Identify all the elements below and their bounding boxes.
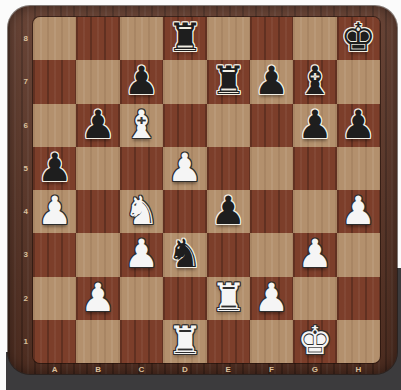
rank-label-2: 2 (8, 277, 33, 320)
square-b6[interactable]: ♟ (76, 104, 119, 147)
rank-label-5: 5 (8, 147, 33, 190)
piece-black-pawn: ♟ (341, 105, 376, 144)
square-f8[interactable] (250, 17, 293, 60)
square-f4[interactable] (250, 190, 293, 233)
square-c6[interactable]: ♝ (120, 104, 163, 147)
file-label-e: E (207, 364, 250, 375)
page: 87654321 ♜♚♟♜♟♝♟♝♟♟♟♟♟♞♟♟♟♞♟♟♜♟♜♚ ABCDEF… (0, 0, 401, 390)
file-label-d: D (163, 364, 206, 375)
square-e8[interactable] (207, 17, 250, 60)
file-label-h: H (337, 364, 380, 375)
square-g3[interactable]: ♟ (293, 233, 336, 276)
piece-white-pawn: ♟ (341, 191, 376, 230)
square-h8[interactable]: ♚ (337, 17, 380, 60)
square-f2[interactable]: ♟ (250, 277, 293, 320)
piece-white-pawn: ♟ (37, 191, 72, 230)
piece-black-knight: ♞ (167, 234, 202, 273)
piece-black-rook: ♜ (167, 18, 202, 57)
square-d3[interactable]: ♞ (163, 233, 206, 276)
piece-black-pawn: ♟ (124, 61, 159, 100)
piece-white-rook: ♜ (211, 278, 246, 317)
piece-black-bishop: ♝ (297, 61, 332, 100)
square-b8[interactable] (76, 17, 119, 60)
square-d2[interactable] (163, 277, 206, 320)
piece-white-pawn: ♟ (124, 234, 159, 273)
rank-label-8: 8 (8, 17, 33, 60)
piece-black-pawn: ♟ (211, 191, 246, 230)
piece-white-king: ♚ (297, 321, 332, 360)
square-c7[interactable]: ♟ (120, 60, 163, 103)
square-h4[interactable]: ♟ (337, 190, 380, 233)
piece-black-king: ♚ (341, 18, 376, 57)
piece-white-pawn: ♟ (81, 278, 116, 317)
square-f6[interactable] (250, 104, 293, 147)
rank-label-3: 3 (8, 233, 33, 276)
square-g5[interactable] (293, 147, 336, 190)
piece-white-pawn: ♟ (167, 148, 202, 187)
square-a3[interactable] (33, 233, 76, 276)
square-g4[interactable] (293, 190, 336, 233)
piece-white-pawn: ♟ (254, 278, 289, 317)
square-e1[interactable] (207, 320, 250, 363)
rank-label-6: 6 (8, 104, 33, 147)
square-d1[interactable]: ♜ (163, 320, 206, 363)
square-e7[interactable]: ♜ (207, 60, 250, 103)
square-g1[interactable]: ♚ (293, 320, 336, 363)
square-b7[interactable] (76, 60, 119, 103)
square-a4[interactable]: ♟ (33, 190, 76, 233)
rank-label-1: 1 (8, 320, 33, 363)
square-b1[interactable] (76, 320, 119, 363)
piece-white-rook: ♜ (167, 321, 202, 360)
square-d8[interactable]: ♜ (163, 17, 206, 60)
square-d7[interactable] (163, 60, 206, 103)
square-a7[interactable] (33, 60, 76, 103)
square-c3[interactable]: ♟ (120, 233, 163, 276)
piece-white-pawn: ♟ (297, 234, 332, 273)
file-label-b: B (76, 364, 119, 375)
square-d5[interactable]: ♟ (163, 147, 206, 190)
square-a5[interactable]: ♟ (33, 147, 76, 190)
square-c5[interactable] (120, 147, 163, 190)
square-h7[interactable] (337, 60, 380, 103)
board-grid: ♜♚♟♜♟♝♟♝♟♟♟♟♟♞♟♟♟♞♟♟♜♟♜♚ (33, 17, 380, 363)
square-g6[interactable]: ♟ (293, 104, 336, 147)
square-g2[interactable] (293, 277, 336, 320)
square-b5[interactable] (76, 147, 119, 190)
file-label-f: F (250, 364, 293, 375)
rank-label-7: 7 (8, 60, 33, 103)
square-h1[interactable] (337, 320, 380, 363)
piece-black-pawn: ♟ (254, 61, 289, 100)
file-label-g: G (293, 364, 336, 375)
square-h3[interactable] (337, 233, 380, 276)
file-label-a: A (33, 364, 76, 375)
piece-white-knight: ♞ (124, 191, 159, 230)
square-d4[interactable] (163, 190, 206, 233)
square-f1[interactable] (250, 320, 293, 363)
square-c1[interactable] (120, 320, 163, 363)
square-e5[interactable] (207, 147, 250, 190)
square-a1[interactable] (33, 320, 76, 363)
square-e2[interactable]: ♜ (207, 277, 250, 320)
square-g8[interactable] (293, 17, 336, 60)
square-g7[interactable]: ♝ (293, 60, 336, 103)
rank-labels: 87654321 (8, 17, 33, 363)
square-h6[interactable]: ♟ (337, 104, 380, 147)
piece-black-pawn: ♟ (297, 105, 332, 144)
square-c8[interactable] (120, 17, 163, 60)
rank-label-4: 4 (8, 190, 33, 233)
square-h2[interactable] (337, 277, 380, 320)
square-d6[interactable] (163, 104, 206, 147)
square-f7[interactable]: ♟ (250, 60, 293, 103)
piece-black-pawn: ♟ (37, 148, 72, 187)
square-b2[interactable]: ♟ (76, 277, 119, 320)
square-a2[interactable] (33, 277, 76, 320)
square-f5[interactable] (250, 147, 293, 190)
square-e3[interactable] (207, 233, 250, 276)
piece-white-bishop: ♝ (124, 105, 159, 144)
piece-black-pawn: ♟ (81, 105, 116, 144)
square-b3[interactable] (76, 233, 119, 276)
square-h5[interactable] (337, 147, 380, 190)
file-labels: ABCDEFGH (33, 364, 380, 375)
square-c4[interactable]: ♞ (120, 190, 163, 233)
square-e6[interactable] (207, 104, 250, 147)
square-b4[interactable] (76, 190, 119, 233)
square-e4[interactable]: ♟ (207, 190, 250, 233)
square-a6[interactable] (33, 104, 76, 147)
square-a8[interactable] (33, 17, 76, 60)
chess-board: 87654321 ♜♚♟♜♟♝♟♝♟♟♟♟♟♞♟♟♟♞♟♟♜♟♜♚ ABCDEF… (8, 6, 397, 374)
piece-black-rook: ♜ (211, 61, 246, 100)
square-f3[interactable] (250, 233, 293, 276)
file-label-c: C (120, 364, 163, 375)
square-c2[interactable] (120, 277, 163, 320)
